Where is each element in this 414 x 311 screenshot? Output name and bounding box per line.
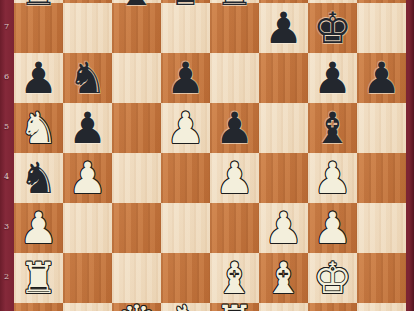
piece-white-pawn-g3: ♟ (308, 203, 357, 253)
rank-label-3: 3 (0, 222, 13, 232)
piece-white-pawn-d5: ♟ (161, 103, 210, 153)
piece-white-pawn-f3: ♟ (259, 203, 308, 253)
piece-white-rook-a2: ♜ (14, 253, 63, 303)
board-frame-left: 765432 (0, 0, 14, 311)
piece-white-bishop-e2: ♝ (210, 253, 259, 303)
square-h3 (357, 203, 406, 253)
rank-label-2: 2 (0, 272, 13, 282)
piece-black-pawn-e5: ♟ (210, 103, 259, 153)
piece-glyph-c1: ♛ (112, 303, 161, 311)
piece-black-pawn-a6: ♟ (14, 53, 63, 103)
square-d2 (161, 253, 210, 303)
piece-white-bishop-f2: ♝ (259, 253, 308, 303)
piece-white-pawn-e4: ♟ (210, 153, 259, 203)
square-a1 (14, 303, 63, 311)
piece-black-knight-b6: ♞ (63, 53, 112, 103)
piece-white-pawn-b4: ♟ (63, 153, 112, 203)
square-b7 (63, 3, 112, 53)
rank-label-5: 5 (0, 122, 13, 132)
piece-white-knight-a5: ♞ (14, 103, 63, 153)
square-h5 (357, 103, 406, 153)
square-b3 (63, 203, 112, 253)
piece-white-rook-e1-cropped: ♜ (210, 303, 259, 311)
square-f6 (259, 53, 308, 103)
piece-black-pawn-f7: ♟ (259, 3, 308, 53)
square-c7 (112, 3, 161, 53)
square-f4 (259, 153, 308, 203)
square-a7 (14, 3, 63, 53)
piece-glyph-d1: ♞ (161, 303, 210, 311)
square-h4 (357, 153, 406, 203)
square-b1 (63, 303, 112, 311)
chess-diagram: ♜♝♛♜♟♚♟♞♟♟♟♞♟♟♟♝♞♟♟♟♟♟♟♜♝♝♚♛♞♜ 765432 (0, 0, 414, 311)
piece-glyph-e8: ♜ (210, 0, 259, 6)
piece-glyph-d8: ♛ (161, 0, 210, 6)
chess-board: ♜♝♛♜♟♚♟♞♟♟♟♞♟♟♟♝♞♟♟♟♟♟♟♜♝♝♚♛♞♜ (14, 0, 406, 311)
piece-white-knight-d1-cropped: ♞ (161, 303, 210, 311)
piece-black-knight-a4: ♞ (14, 153, 63, 203)
piece-white-queen-c1-cropped: ♛ (112, 303, 161, 311)
board-frame-right-shade (409, 0, 414, 311)
square-e7 (210, 3, 259, 53)
square-c6 (112, 53, 161, 103)
piece-black-bishop-c8-cropped: ♝ (112, 0, 161, 6)
square-e6 (210, 53, 259, 103)
square-g1 (308, 303, 357, 311)
square-c2 (112, 253, 161, 303)
piece-glyph-e1: ♜ (210, 303, 259, 311)
rank-label-4: 4 (0, 172, 13, 182)
square-d4 (161, 153, 210, 203)
piece-black-rook-a8-cropped: ♜ (14, 0, 63, 6)
piece-black-pawn-g6: ♟ (308, 53, 357, 103)
square-f1 (259, 303, 308, 311)
square-c5 (112, 103, 161, 153)
piece-black-pawn-d6: ♟ (161, 53, 210, 103)
piece-white-pawn-a3: ♟ (14, 203, 63, 253)
piece-glyph-a8: ♜ (14, 0, 63, 6)
piece-black-queen-d8-cropped: ♛ (161, 0, 210, 6)
square-h7 (357, 3, 406, 53)
piece-black-king-g7: ♚ (308, 3, 357, 53)
piece-white-king-g2: ♚ (308, 253, 357, 303)
square-f5 (259, 103, 308, 153)
square-h1 (357, 303, 406, 311)
square-h2 (357, 253, 406, 303)
square-d3 (161, 203, 210, 253)
rank-label-6: 6 (0, 72, 13, 82)
square-d7 (161, 3, 210, 53)
piece-white-pawn-g4: ♟ (308, 153, 357, 203)
piece-black-bishop-g5: ♝ (308, 103, 357, 153)
piece-black-rook-e8-cropped: ♜ (210, 0, 259, 6)
square-e3 (210, 203, 259, 253)
piece-black-pawn-b5: ♟ (63, 103, 112, 153)
square-c3 (112, 203, 161, 253)
square-c4 (112, 153, 161, 203)
square-b2 (63, 253, 112, 303)
piece-glyph-c8: ♝ (112, 0, 161, 6)
rank-label-7: 7 (0, 22, 13, 32)
piece-black-pawn-h6: ♟ (357, 53, 406, 103)
